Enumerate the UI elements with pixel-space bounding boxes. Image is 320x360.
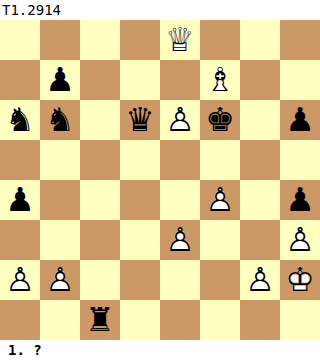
- square-b7[interactable]: ♟: [40, 60, 80, 100]
- square-a5[interactable]: [0, 140, 40, 180]
- square-f8[interactable]: [200, 20, 240, 60]
- square-b2[interactable]: ♟♙: [40, 260, 80, 300]
- square-f3[interactable]: [200, 220, 240, 260]
- square-c2[interactable]: [80, 260, 120, 300]
- white-piece-outline: ♙: [280, 220, 320, 260]
- square-a6[interactable]: ♞: [0, 100, 40, 140]
- white-queen-e8: ♛♕: [160, 20, 200, 60]
- square-e1[interactable]: [160, 300, 200, 340]
- square-h5[interactable]: [280, 140, 320, 180]
- square-b5[interactable]: [40, 140, 80, 180]
- square-a2[interactable]: ♟♙: [0, 260, 40, 300]
- square-e6[interactable]: ♟♙: [160, 100, 200, 140]
- square-g2[interactable]: ♟♙: [240, 260, 280, 300]
- black-pawn-h4: ♟: [280, 180, 320, 220]
- square-a8[interactable]: [0, 20, 40, 60]
- black-pawn-a4: ♟: [0, 180, 40, 220]
- square-g8[interactable]: [240, 20, 280, 60]
- white-piece-outline: ♕: [160, 20, 200, 60]
- white-pawn-e3: ♟♙: [160, 220, 200, 260]
- square-d5[interactable]: [120, 140, 160, 180]
- black-king-f6: ♚: [200, 100, 240, 140]
- square-d1[interactable]: [120, 300, 160, 340]
- square-h6[interactable]: ♟: [280, 100, 320, 140]
- move-prompt: 1. ?: [8, 341, 42, 359]
- square-f2[interactable]: [200, 260, 240, 300]
- white-pawn-e6: ♟♙: [160, 100, 200, 140]
- black-piece-glyph: ♜: [80, 300, 120, 340]
- chess-board: ♛♕♟♝♗♞♞♛♟♙♚♟♟♟♙♟♟♙♟♙♟♙♟♙♟♙♚♔♜: [0, 20, 320, 340]
- square-c1[interactable]: ♜: [80, 300, 120, 340]
- square-e3[interactable]: ♟♙: [160, 220, 200, 260]
- square-b3[interactable]: [40, 220, 80, 260]
- square-d7[interactable]: [120, 60, 160, 100]
- square-d8[interactable]: [120, 20, 160, 60]
- square-f4[interactable]: ♟♙: [200, 180, 240, 220]
- white-piece-outline: ♙: [160, 220, 200, 260]
- white-pawn-a2: ♟♙: [0, 260, 40, 300]
- square-c7[interactable]: [80, 60, 120, 100]
- square-b4[interactable]: [40, 180, 80, 220]
- square-b1[interactable]: [40, 300, 80, 340]
- white-piece-outline: ♙: [200, 180, 240, 220]
- square-d6[interactable]: ♛: [120, 100, 160, 140]
- black-piece-glyph: ♟: [0, 180, 40, 220]
- square-d2[interactable]: [120, 260, 160, 300]
- black-rook-c1: ♜: [80, 300, 120, 340]
- white-piece-outline: ♙: [240, 260, 280, 300]
- square-h7[interactable]: [280, 60, 320, 100]
- square-h4[interactable]: ♟: [280, 180, 320, 220]
- square-g6[interactable]: [240, 100, 280, 140]
- square-d3[interactable]: [120, 220, 160, 260]
- square-h8[interactable]: [280, 20, 320, 60]
- square-g3[interactable]: [240, 220, 280, 260]
- black-knight-a6: ♞: [0, 100, 40, 140]
- white-piece-outline: ♙: [40, 260, 80, 300]
- square-f6[interactable]: ♚: [200, 100, 240, 140]
- black-piece-glyph: ♟: [280, 180, 320, 220]
- square-f7[interactable]: ♝♗: [200, 60, 240, 100]
- square-c8[interactable]: [80, 20, 120, 60]
- square-b6[interactable]: ♞: [40, 100, 80, 140]
- square-h2[interactable]: ♚♔: [280, 260, 320, 300]
- square-e4[interactable]: [160, 180, 200, 220]
- black-piece-glyph: ♞: [0, 100, 40, 140]
- square-c6[interactable]: [80, 100, 120, 140]
- puzzle-id: T1.2914: [2, 1, 61, 19]
- white-pawn-h3: ♟♙: [280, 220, 320, 260]
- square-c4[interactable]: [80, 180, 120, 220]
- white-piece-outline: ♔: [280, 260, 320, 300]
- square-a3[interactable]: [0, 220, 40, 260]
- square-b8[interactable]: [40, 20, 80, 60]
- white-king-h2: ♚♔: [280, 260, 320, 300]
- square-g1[interactable]: [240, 300, 280, 340]
- white-piece-outline: ♙: [160, 100, 200, 140]
- square-a7[interactable]: [0, 60, 40, 100]
- black-piece-glyph: ♚: [200, 100, 240, 140]
- black-pawn-b7: ♟: [40, 60, 80, 100]
- white-bishop-f7: ♝♗: [200, 60, 240, 100]
- square-a4[interactable]: ♟: [0, 180, 40, 220]
- square-e7[interactable]: [160, 60, 200, 100]
- square-f1[interactable]: [200, 300, 240, 340]
- chess-puzzle-window: T1.2914 ♛♕♟♝♗♞♞♛♟♙♚♟♟♟♙♟♟♙♟♙♟♙♟♙♟♙♚♔♜ 1.…: [0, 0, 320, 360]
- square-c5[interactable]: [80, 140, 120, 180]
- white-piece-outline: ♙: [0, 260, 40, 300]
- square-d4[interactable]: [120, 180, 160, 220]
- black-knight-b6: ♞: [40, 100, 80, 140]
- square-h1[interactable]: [280, 300, 320, 340]
- square-e8[interactable]: ♛♕: [160, 20, 200, 60]
- square-h3[interactable]: ♟♙: [280, 220, 320, 260]
- black-piece-glyph: ♟: [40, 60, 80, 100]
- square-g7[interactable]: [240, 60, 280, 100]
- black-piece-glyph: ♟: [280, 100, 320, 140]
- white-pawn-b2: ♟♙: [40, 260, 80, 300]
- black-queen-d6: ♛: [120, 100, 160, 140]
- square-f5[interactable]: [200, 140, 240, 180]
- square-g5[interactable]: [240, 140, 280, 180]
- square-a1[interactable]: [0, 300, 40, 340]
- white-pawn-f4: ♟♙: [200, 180, 240, 220]
- black-pawn-h6: ♟: [280, 100, 320, 140]
- black-piece-glyph: ♞: [40, 100, 80, 140]
- square-g4[interactable]: [240, 180, 280, 220]
- square-e5[interactable]: [160, 140, 200, 180]
- white-piece-outline: ♗: [200, 60, 240, 100]
- black-piece-glyph: ♛: [120, 100, 160, 140]
- white-pawn-g2: ♟♙: [240, 260, 280, 300]
- square-c3[interactable]: [80, 220, 120, 260]
- square-e2[interactable]: [160, 260, 200, 300]
